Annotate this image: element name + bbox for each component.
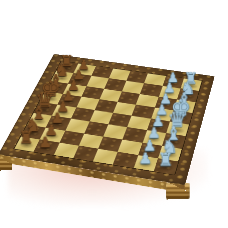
square-a7[interactable]: ♟ (34, 139, 59, 155)
piece-glyph: ♟ (39, 135, 52, 150)
chess-set-photo: ♜♟♟♜♞♟♟♞♝♟♟♝♚♟♟♚♛♟♟♛♝♟♟♝♞♟♟♞♜♟♟♜ (0, 0, 228, 228)
square-a1[interactable]: ♜ (154, 158, 179, 174)
piece-black-pawn[interactable]: ♟ (23, 124, 69, 149)
scene-3d: ♜♟♟♜♞♟♟♞♝♟♟♝♚♟♟♚♛♟♟♛♝♟♟♝♞♟♟♞♜♟♟♜ (0, 0, 228, 228)
piece-white-rook[interactable]: ♜ (142, 143, 189, 169)
square-a4[interactable] (93, 149, 118, 165)
piece-glyph: ♜ (158, 151, 174, 168)
chess-board: ♜♟♟♜♞♟♟♞♝♟♟♝♚♟♟♚♛♟♟♛♝♟♟♝♞♟♟♞♜♟♟♜ (14, 61, 201, 174)
chess-board-3d: ♜♟♟♜♞♟♟♞♝♟♟♝♚♟♟♚♛♟♟♛♝♟♟♝♞♟♟♞♜♟♟♜ (0, 54, 215, 185)
